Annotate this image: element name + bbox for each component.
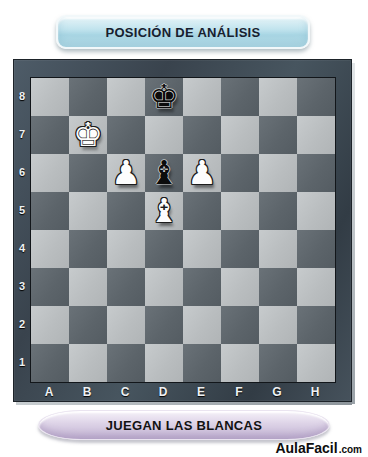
- square-a6: [31, 154, 69, 192]
- square-g7: [259, 116, 297, 154]
- square-d6: ♝: [145, 154, 183, 192]
- square-e8: [183, 78, 221, 116]
- square-d8: ♚: [145, 78, 183, 116]
- brand-name: AulaFacil: [275, 440, 337, 456]
- rank-label-7: 7: [14, 115, 30, 153]
- square-b1: [69, 344, 107, 382]
- square-a3: [31, 268, 69, 306]
- square-e3: [183, 268, 221, 306]
- rank-label-3: 3: [14, 267, 30, 305]
- square-h3: [297, 268, 335, 306]
- square-f5: [221, 192, 259, 230]
- square-c2: [107, 306, 145, 344]
- square-b3: [69, 268, 107, 306]
- square-g8: [259, 78, 297, 116]
- square-d3: [145, 268, 183, 306]
- square-h2: [297, 306, 335, 344]
- to-move-banner: JUEGAN LAS BLANCAS: [38, 410, 330, 440]
- square-a1: [31, 344, 69, 382]
- board-grid: ♚♚♟♝♟♝: [30, 77, 336, 383]
- square-f3: [221, 268, 259, 306]
- rank-labels: 87654321: [14, 77, 30, 381]
- square-c1: [107, 344, 145, 382]
- file-label-f: F: [220, 382, 258, 402]
- file-label-g: G: [258, 382, 296, 402]
- square-b5: [69, 192, 107, 230]
- square-f7: [221, 116, 259, 154]
- square-b6: [69, 154, 107, 192]
- piece-white-king-b7: ♚: [73, 116, 103, 154]
- piece-white-pawn-c6: ♟: [111, 154, 141, 192]
- square-d7: [145, 116, 183, 154]
- square-b7: ♚: [69, 116, 107, 154]
- square-e2: [183, 306, 221, 344]
- square-d5: ♝: [145, 192, 183, 230]
- square-h6: [297, 154, 335, 192]
- file-labels: ABCDEFGH: [30, 382, 334, 402]
- file-label-h: H: [296, 382, 334, 402]
- square-e1: [183, 344, 221, 382]
- square-h5: [297, 192, 335, 230]
- square-g4: [259, 230, 297, 268]
- square-f2: [221, 306, 259, 344]
- rank-label-5: 5: [14, 191, 30, 229]
- square-g2: [259, 306, 297, 344]
- square-f4: [221, 230, 259, 268]
- file-label-a: A: [30, 382, 68, 402]
- square-f8: [221, 78, 259, 116]
- square-f1: [221, 344, 259, 382]
- square-e7: [183, 116, 221, 154]
- file-label-d: D: [144, 382, 182, 402]
- square-e5: [183, 192, 221, 230]
- square-h1: [297, 344, 335, 382]
- square-c6: ♟: [107, 154, 145, 192]
- square-b8: [69, 78, 107, 116]
- square-c5: [107, 192, 145, 230]
- file-label-c: C: [106, 382, 144, 402]
- square-h8: [297, 78, 335, 116]
- piece-white-pawn-e6: ♟: [187, 154, 217, 192]
- square-h7: [297, 116, 335, 154]
- square-b4: [69, 230, 107, 268]
- rank-label-6: 6: [14, 153, 30, 191]
- square-c8: [107, 78, 145, 116]
- square-a8: [31, 78, 69, 116]
- square-f6: [221, 154, 259, 192]
- piece-black-bishop-d6: ♝: [149, 154, 179, 192]
- square-a5: [31, 192, 69, 230]
- rank-label-2: 2: [14, 305, 30, 343]
- piece-white-bishop-d5: ♝: [149, 192, 179, 230]
- square-g1: [259, 344, 297, 382]
- square-g3: [259, 268, 297, 306]
- square-a7: [31, 116, 69, 154]
- chess-board: 87654321 ♚♚♟♝♟♝ ABCDEFGH: [13, 59, 352, 402]
- rank-label-4: 4: [14, 229, 30, 267]
- rank-label-8: 8: [14, 77, 30, 115]
- square-d2: [145, 306, 183, 344]
- analysis-title-text: POSICIÓN DE ANÁLISIS: [105, 25, 260, 40]
- brand-mark: AulaFacil .com: [275, 440, 362, 456]
- square-b2: [69, 306, 107, 344]
- rank-label-1: 1: [14, 343, 30, 381]
- square-c3: [107, 268, 145, 306]
- brand-suffix: .com: [339, 444, 362, 455]
- square-a4: [31, 230, 69, 268]
- square-a2: [31, 306, 69, 344]
- piece-black-king-d8: ♚: [149, 78, 179, 116]
- square-h4: [297, 230, 335, 268]
- analysis-diagram-page: POSICIÓN DE ANÁLISIS 87654321 ♚♚♟♝♟♝ ABC…: [0, 0, 368, 457]
- square-g5: [259, 192, 297, 230]
- square-e6: ♟: [183, 154, 221, 192]
- file-label-b: B: [68, 382, 106, 402]
- analysis-title-banner: POSICIÓN DE ANÁLISIS: [56, 15, 310, 49]
- square-e4: [183, 230, 221, 268]
- to-move-text: JUEGAN LAS BLANCAS: [106, 418, 262, 433]
- square-g6: [259, 154, 297, 192]
- square-d4: [145, 230, 183, 268]
- square-d1: [145, 344, 183, 382]
- file-label-e: E: [182, 382, 220, 402]
- square-c7: [107, 116, 145, 154]
- square-c4: [107, 230, 145, 268]
